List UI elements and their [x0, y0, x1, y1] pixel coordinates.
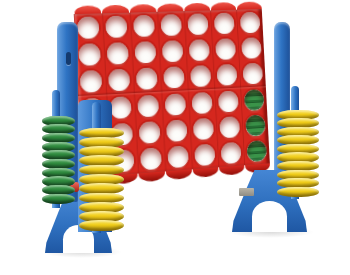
hole-empty: [219, 116, 240, 138]
hole-empty: [242, 63, 263, 85]
hole-empty: [165, 93, 187, 115]
hole-empty: [191, 92, 212, 114]
hole-empty: [140, 148, 162, 171]
hole-empty: [187, 13, 208, 35]
hole-empty: [220, 142, 241, 164]
hole-with-green-stack-visible-behind: [243, 89, 264, 111]
hole-empty: [139, 121, 161, 144]
board-cell: [134, 92, 163, 120]
board-cell: [105, 66, 134, 94]
scallop-bump: [139, 171, 166, 182]
board-cell: [158, 37, 186, 65]
hole-empty: [163, 67, 185, 89]
disc-stack-left-outer: [42, 117, 75, 204]
board-cell: [188, 89, 216, 117]
board-cell: [214, 87, 241, 115]
hole-empty: [136, 68, 158, 91]
board-cell: [74, 13, 104, 41]
behind-board-green-disc-visible: [246, 140, 267, 162]
handle-slot: [66, 52, 71, 65]
board-cell: [164, 143, 192, 171]
board-cell: [102, 13, 131, 41]
hole-empty: [241, 37, 262, 59]
board-cell: [212, 36, 239, 63]
board-cell: [238, 35, 265, 62]
scallop-bump: [219, 165, 244, 176]
scallop-bump: [193, 167, 219, 178]
board-cell: [243, 138, 270, 166]
hole-empty: [193, 118, 214, 140]
hole-empty: [218, 90, 239, 112]
hole-empty: [166, 119, 188, 142]
board-cell: [161, 90, 189, 118]
green-disc: [42, 194, 75, 204]
board-cell: [163, 117, 191, 145]
hole-empty: [80, 70, 103, 93]
board-cell: [184, 10, 212, 37]
board-cell: [135, 118, 164, 146]
behind-board-green-disc-visible: [243, 89, 264, 111]
board-cell: [239, 60, 266, 87]
giant-connect-four-product-photo: [0, 0, 350, 275]
board-cell: [217, 139, 244, 167]
board-cell: [103, 39, 132, 67]
board-cell: [133, 65, 162, 93]
board-cell: [216, 113, 243, 141]
board-cell: [189, 115, 217, 143]
board-cell: [210, 10, 237, 37]
hole-empty: [77, 16, 100, 39]
hole-empty: [105, 15, 127, 37]
board-cell: [187, 63, 215, 91]
hole-empty: [133, 15, 155, 37]
board-cell: [191, 141, 219, 169]
hole-empty: [79, 43, 102, 66]
board-cell: [213, 62, 240, 89]
label-sticker: [239, 188, 254, 196]
hole-empty: [214, 12, 235, 34]
scallop-bump: [166, 169, 192, 180]
board-cell: [240, 86, 267, 113]
yellow-disc: [277, 187, 319, 197]
hole-empty: [137, 94, 159, 117]
hole-empty: [216, 64, 237, 86]
yellow-disc: [79, 220, 124, 231]
hole-empty: [107, 42, 129, 65]
disc-stack-left-inner: [79, 129, 124, 231]
hole-empty: [189, 39, 210, 61]
right-leg-arch-cutout: [252, 201, 287, 232]
hole-empty: [108, 69, 130, 92]
behind-board-green-disc-visible: [245, 115, 266, 137]
board-cell: [242, 112, 269, 139]
hole-empty: [194, 144, 215, 167]
hole-empty: [160, 14, 182, 36]
board-cell: [185, 37, 213, 64]
hole-empty: [162, 40, 184, 62]
hole-empty: [135, 41, 157, 63]
board-cell: [131, 38, 160, 66]
board-cell: [160, 64, 188, 92]
board-cell: [77, 67, 107, 96]
hole-empty: [215, 38, 236, 60]
hole-with-green-stack-visible-behind: [246, 140, 267, 162]
hole-empty: [239, 12, 260, 33]
disc-stack-right-outer: [277, 111, 319, 197]
hole-empty: [110, 96, 132, 119]
hole-empty: [190, 65, 211, 87]
board-cell: [236, 9, 263, 36]
board-cell: [130, 12, 159, 40]
board-cell: [137, 145, 166, 174]
hole-with-green-stack-visible-behind: [245, 115, 266, 137]
board-cell: [157, 11, 185, 38]
hole-empty: [167, 146, 189, 169]
board-cell: [75, 40, 105, 68]
